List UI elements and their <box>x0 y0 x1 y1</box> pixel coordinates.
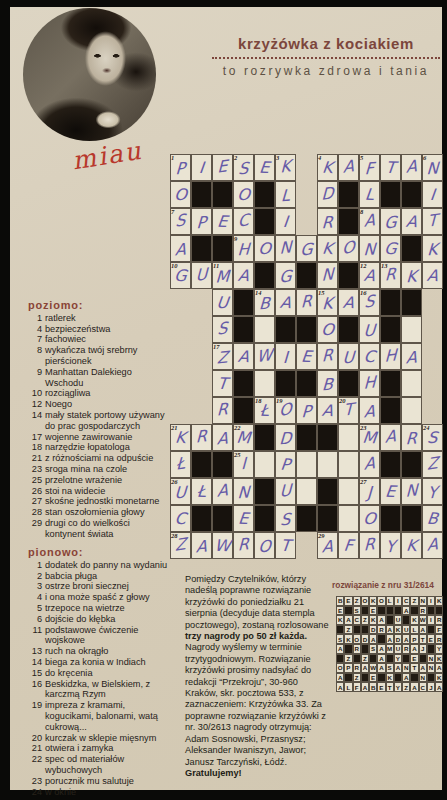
solution-cell: R <box>402 644 410 654</box>
clue-item: 29drugi co do wielkości kontynent świata <box>28 518 170 540</box>
grid-cell[interactable]: 9H <box>233 235 254 262</box>
cell-letter: W <box>254 340 276 370</box>
solution-cell <box>410 606 418 616</box>
clues-down-list: 1dodatek do panny na wydaniu2babcia pług… <box>28 560 170 798</box>
clue-text: sroga mina na czole <box>45 464 170 475</box>
grid-cell[interactable]: 5F <box>359 154 380 181</box>
grid-cell[interactable]: B <box>317 370 338 397</box>
cell-number: 21 <box>171 424 178 431</box>
solution-cell: K <box>369 615 377 625</box>
grid-cell[interactable]: N <box>359 235 380 262</box>
grid-cell[interactable]: 20T <box>338 397 359 424</box>
cell-number: 29 <box>318 532 325 539</box>
solution-cell: A <box>386 625 394 635</box>
cell-letter: A <box>337 289 361 317</box>
grid-cell[interactable]: A <box>401 208 422 235</box>
solution-cell: E <box>377 682 385 692</box>
clue-item: 21otwiera i zamyka <box>28 743 170 754</box>
cell-letter: G <box>379 208 401 237</box>
clue-text: ruch na okrągło <box>45 646 170 657</box>
cell-letter: Y <box>421 478 443 507</box>
grid-cell[interactable]: H <box>380 343 401 370</box>
grid-cell[interactable]: 16S <box>359 289 380 316</box>
solution-cell <box>377 673 385 683</box>
grid-cell[interactable]: 8A <box>359 208 380 235</box>
grid-cell <box>233 316 254 343</box>
solution-cell: A <box>336 673 344 683</box>
grid-cell[interactable]: E <box>212 208 233 235</box>
grid-cell <box>191 181 212 208</box>
cell-number: 4 <box>318 154 321 161</box>
clue-item: 12Noego <box>28 399 170 410</box>
grid-cell[interactable]: 11M <box>212 262 233 289</box>
grid-cell[interactable]: E <box>254 154 275 181</box>
grid-cell[interactable] <box>254 370 275 397</box>
clue-item: 28stan oszołomienia głowy <box>28 507 170 518</box>
cell-letter: A <box>212 475 234 505</box>
clue-number: 19 <box>28 700 42 732</box>
cell-letter: B <box>316 370 338 399</box>
cell-number: 1 <box>171 154 174 161</box>
grid-cell[interactable]: K <box>317 235 338 262</box>
solution-cell: W <box>369 663 377 673</box>
clue-item: 4i ona może spaść z głowy <box>28 592 170 603</box>
grid-cell <box>338 370 359 397</box>
cell-letter: R <box>359 529 381 559</box>
grid-cell[interactable] <box>401 316 422 343</box>
grid-cell[interactable]: I <box>191 154 212 181</box>
grid-cell[interactable]: E <box>212 154 233 181</box>
grid-cell[interactable]: 15K <box>317 289 338 316</box>
clue-item: 17wojenne zawirowanie <box>28 432 170 443</box>
solution-cell: S <box>353 606 361 616</box>
page-subtitle: to rozrywka zdrowa i tania <box>210 64 442 78</box>
grid-cell[interactable]: E <box>296 343 317 370</box>
grid-cell[interactable]: B <box>422 505 443 532</box>
cell-number: 12 <box>360 262 367 269</box>
grid-cell[interactable]: S <box>275 505 296 532</box>
grid-cell[interactable]: A <box>380 424 401 451</box>
grid-cell[interactable]: P <box>191 208 212 235</box>
solution-cell: R <box>353 663 361 673</box>
grid-cell[interactable] <box>317 451 338 478</box>
grid-cell[interactable]: K <box>422 235 443 262</box>
cell-number: 6 <box>423 154 426 161</box>
clue-item: 13ruch na okrągło <box>28 646 170 657</box>
grid-cell[interactable]: F <box>338 532 359 559</box>
grid-cell[interactable] <box>296 478 317 505</box>
grid-cell[interactable]: 24S <box>422 424 443 451</box>
grid-cell[interactable]: U <box>359 316 380 343</box>
grid-cell[interactable]: K <box>401 262 422 289</box>
cell-letter: O <box>253 235 277 263</box>
grid-cell[interactable]: N <box>401 478 422 505</box>
grid-cell[interactable]: R <box>296 289 317 316</box>
solution-cell <box>361 606 369 616</box>
cell-letter: I <box>274 208 298 236</box>
solution-cell: K <box>435 654 443 664</box>
grid-cell[interactable]: A <box>401 343 422 370</box>
solution-cell: A <box>410 644 418 654</box>
clue-text: narzędzie łopatologa <box>45 442 170 453</box>
solution-cell: A <box>336 644 344 654</box>
solution-cell: A <box>386 634 394 644</box>
grid-cell <box>254 478 275 505</box>
grid-cell[interactable]: A <box>170 235 191 262</box>
clue-item: 1dodatek do panny na wydaniu <box>28 560 170 571</box>
grid-cell[interactable]: D <box>275 424 296 451</box>
solution-cell: C <box>419 682 427 692</box>
grid-cell <box>338 208 359 235</box>
clue-number: 21 <box>28 743 42 754</box>
grid-cell <box>401 505 422 532</box>
cell-letter: O <box>169 181 193 209</box>
grid-cell[interactable]: A <box>191 532 212 559</box>
grid-cell[interactable]: 1P <box>170 154 191 181</box>
grid-cell <box>212 505 233 532</box>
grid-cell[interactable]: 12A <box>359 262 380 289</box>
grid-cell[interactable]: A <box>212 478 233 505</box>
cell-letter: Ł <box>170 448 192 478</box>
clue-item: 24w oknie <box>28 787 170 798</box>
grid-cell[interactable]: E <box>380 478 401 505</box>
grid-cell[interactable]: I <box>422 181 443 208</box>
clue-text: bezpieczeństwa <box>45 324 170 335</box>
title-divider <box>212 56 440 59</box>
clue-text: podstawowe ćwiczenie wojskowe <box>45 625 170 647</box>
clue-text: trzepoce na wietrze <box>45 603 170 614</box>
solution-cell: D <box>361 634 369 644</box>
grid-cell[interactable]: R <box>317 208 338 235</box>
grid-cell[interactable]: 29A <box>317 532 338 559</box>
clue-item: 10rozciągliwa <box>28 388 170 399</box>
cell-letter: U <box>358 316 380 345</box>
clue-number: 7 <box>28 334 42 345</box>
clue-item: 26stoi na widecie <box>28 486 170 497</box>
grid-cell[interactable]: A <box>233 262 254 289</box>
cell-letter: P <box>190 208 212 237</box>
grid-cell[interactable] <box>338 505 359 532</box>
grid-cell[interactable] <box>401 397 422 424</box>
grid-cell[interactable] <box>254 316 275 343</box>
grid-cell[interactable]: 14B <box>254 289 275 316</box>
cell-number: 13 <box>381 262 388 269</box>
grid-cell[interactable] <box>338 478 359 505</box>
solution-cell <box>427 625 435 635</box>
clue-number: 4 <box>28 592 42 603</box>
grid-cell[interactable]: 27J <box>359 478 380 505</box>
cell-number: 18 <box>255 397 262 404</box>
clue-number: 13 <box>28 646 42 657</box>
solution-cell: L <box>386 596 394 606</box>
grid-cell[interactable]: 13R <box>380 262 401 289</box>
clue-item: 6dojście do kłębka <box>28 614 170 625</box>
clue-text: stoi na widecie <box>45 486 170 497</box>
grid-cell[interactable]: N <box>233 478 254 505</box>
grid-cell <box>401 181 422 208</box>
grid-cell[interactable]: I <box>275 343 296 370</box>
grid-cell[interactable]: G <box>380 235 401 262</box>
grid-cell <box>401 451 422 478</box>
grid-cell[interactable]: Y <box>380 532 401 559</box>
grid-cell[interactable]: A <box>338 289 359 316</box>
grid-cell[interactable]: G <box>296 235 317 262</box>
grid-cell <box>296 262 317 289</box>
solution-cell: B <box>336 596 344 606</box>
grid-cell[interactable]: R <box>317 343 338 370</box>
grid-cell[interactable]: O <box>233 181 254 208</box>
solution-cell: E <box>344 596 352 606</box>
grid-cell[interactable]: A <box>338 154 359 181</box>
grid-cell[interactable]: R <box>401 424 422 451</box>
grid-cell[interactable]: G <box>275 262 296 289</box>
grid-cell[interactable]: H <box>359 370 380 397</box>
grid-cell[interactable]: 26U <box>170 478 191 505</box>
clue-number: 16 <box>28 679 42 701</box>
grid-cell[interactable]: A <box>401 154 422 181</box>
solution-cell: A <box>377 644 385 654</box>
grid-cell[interactable]: 10G <box>170 262 191 289</box>
grid-cell[interactable]: 18Ł <box>254 397 275 424</box>
cell-letter: C <box>169 505 193 533</box>
grid-cell[interactable]: A <box>422 262 443 289</box>
grid-cell[interactable]: A <box>359 451 380 478</box>
grid-cell[interactable]: 19O <box>275 397 296 424</box>
grid-cell[interactable]: C <box>233 208 254 235</box>
grid-cell[interactable]: A <box>422 532 443 559</box>
grid-cell[interactable]: G <box>380 208 401 235</box>
solution-cell <box>427 606 435 616</box>
solution-cell: A <box>361 682 369 692</box>
cell-letter: A <box>211 424 233 453</box>
grid-cell[interactable]: T <box>212 370 233 397</box>
grid-cell[interactable]: 23M <box>359 424 380 451</box>
clue-number: 23 <box>28 776 42 787</box>
solution-cell: Z <box>410 596 418 606</box>
grid-cell[interactable]: C <box>359 343 380 370</box>
grid-cell[interactable]: I <box>275 208 296 235</box>
solution-cell: U <box>394 615 402 625</box>
clue-number: 21 <box>28 453 42 464</box>
cell-letter: A <box>190 532 212 561</box>
contest-notice: Pomiędzy Czytelników, którzy nadeślą pop… <box>185 574 331 779</box>
grid-cell[interactable]: N <box>275 235 296 262</box>
cell-letter: A <box>274 289 298 317</box>
solution-cell: K <box>394 625 402 635</box>
clue-text: babcia pługa <box>45 571 170 582</box>
cell-letter: G <box>379 235 403 263</box>
solution-cell: Z <box>361 654 369 664</box>
clue-item: 3ostrze broni siecznej <box>28 581 170 592</box>
grid-cell <box>254 505 275 532</box>
cell-number: 9 <box>234 235 237 242</box>
cell-letter: N <box>275 232 297 262</box>
solution-cell: B <box>369 682 377 692</box>
cell-letter: P <box>274 451 298 479</box>
cell-letter: O <box>316 316 340 344</box>
solution-cell: A <box>402 606 410 616</box>
grid-cell[interactable]: R <box>212 397 233 424</box>
grid-cell[interactable] <box>254 451 275 478</box>
clue-item: 23sroga mina na czole <box>28 464 170 475</box>
cell-number: 10 <box>171 262 178 269</box>
clue-number: 22 <box>28 754 42 776</box>
grid-cell[interactable]: L <box>359 181 380 208</box>
solution-cell <box>427 673 435 683</box>
cell-letter: W <box>211 532 235 560</box>
grid-cell[interactable]: 25I <box>233 451 254 478</box>
grid-cell[interactable] <box>338 424 359 451</box>
grid-cell[interactable]: 22M <box>233 424 254 451</box>
grid-cell[interactable]: O <box>254 532 275 559</box>
cell-letter: T <box>274 532 298 560</box>
grid-cell[interactable]: T <box>380 154 401 181</box>
grid-cell[interactable]: A <box>317 397 338 424</box>
clue-number: 23 <box>28 464 42 475</box>
solution-cell: J <box>427 682 435 692</box>
grid-cell[interactable]: A <box>359 397 380 424</box>
grid-cell[interactable]: K <box>401 532 422 559</box>
clues-across-title: poziomo: <box>28 300 170 311</box>
grid-cell <box>317 424 338 451</box>
clue-text: Noego <box>45 399 170 410</box>
clue-number: 25 <box>28 475 42 486</box>
grid-cell[interactable]: S <box>212 316 233 343</box>
cell-letter: A <box>316 397 340 425</box>
solution-cell: C <box>402 596 410 606</box>
cell-letter: R <box>316 208 338 237</box>
clue-item: 1ratlerek <box>28 313 170 324</box>
grid-cell[interactable]: 3K <box>275 154 296 181</box>
grid-cell[interactable]: O <box>338 235 359 262</box>
grid-cell[interactable]: N <box>317 262 338 289</box>
cell-letter: L <box>274 181 296 210</box>
solution-cell: D <box>369 625 377 635</box>
clue-number: 6 <box>28 614 42 625</box>
grid-cell[interactable]: R <box>233 532 254 559</box>
grid-cell[interactable]: A <box>275 289 296 316</box>
solution-cell: D <box>394 634 402 644</box>
grid-cell[interactable]: P <box>296 397 317 424</box>
grid-cell[interactable]: O <box>254 235 275 262</box>
crossword-grid[interactable]: 1PIE2SE3K4KA5FTA6NOOLDLI7SPECIR8AGATA9HO… <box>170 154 443 559</box>
grid-cell <box>338 316 359 343</box>
notice-text: trzy nagrody po 50 zł każda. <box>185 631 307 641</box>
solution-cell: S <box>369 644 377 654</box>
grid-cell <box>380 316 401 343</box>
solution-cell: Z <box>353 673 361 683</box>
grid-cell[interactable]: E <box>233 505 254 532</box>
grid-cell[interactable]: 21K <box>170 424 191 451</box>
clues-across-list: 1ratlerek4bezpieczeństwa7fachowiec8wykań… <box>28 313 170 540</box>
grid-cell[interactable]: T <box>275 532 296 559</box>
grid-cell[interactable]: 7S <box>170 208 191 235</box>
cell-letter: T <box>422 205 444 235</box>
grid-cell[interactable]: 2S <box>233 154 254 181</box>
cell-letter: K <box>421 235 443 264</box>
cell-letter: I <box>274 343 296 372</box>
grid-cell <box>296 424 317 451</box>
cell-letter: O <box>253 532 275 561</box>
solution-cell: A <box>435 682 443 692</box>
cell-letter: U <box>275 475 297 505</box>
grid-cell[interactable]: L <box>275 181 296 208</box>
solution-cell <box>386 606 394 616</box>
grid-cell[interactable]: Ł <box>170 451 191 478</box>
cell-letter: O <box>232 181 256 209</box>
grid-cell[interactable]: W <box>212 532 233 559</box>
cell-letter: O <box>338 232 360 262</box>
clue-number: 29 <box>28 518 42 540</box>
grid-cell <box>233 370 254 397</box>
grid-cell[interactable]: 17Z <box>212 343 233 370</box>
solution-cell: O <box>353 634 361 644</box>
grid-cell[interactable]: 28Z <box>170 532 191 559</box>
grid-cell <box>338 181 359 208</box>
grid-cell[interactable]: Ł <box>191 478 212 505</box>
cell-number: 20 <box>339 397 346 404</box>
clue-item: 18narzędzie łopatologa <box>28 442 170 453</box>
grid-cell[interactable]: Z <box>422 451 443 478</box>
solution-cell <box>361 673 369 683</box>
grid-cell[interactable]: U <box>338 343 359 370</box>
cell-letter: A <box>400 343 422 372</box>
grid-cell[interactable]: P <box>275 451 296 478</box>
grid-cell[interactable]: U <box>212 289 233 316</box>
grid-cell[interactable]: C <box>170 505 191 532</box>
grid-cell[interactable]: D <box>317 181 338 208</box>
grid-cell[interactable]: U <box>191 262 212 289</box>
clue-text: porucznik mu salutuje <box>45 776 170 787</box>
solution-cell: I <box>427 615 435 625</box>
cell-number: 3 <box>276 154 279 161</box>
grid-cell[interactable] <box>296 451 317 478</box>
grid-cell[interactable]: T <box>422 208 443 235</box>
grid-cell[interactable]: R <box>359 532 380 559</box>
grid-cell[interactable]: 6N <box>422 154 443 181</box>
grid-cell <box>254 208 275 235</box>
grid-cell[interactable]: O <box>359 505 380 532</box>
cell-number: 14 <box>255 289 262 296</box>
solution-cell: Y <box>394 654 402 664</box>
grid-cell[interactable]: W <box>254 343 275 370</box>
grid-cell[interactable]: O <box>317 316 338 343</box>
clue-number: 11 <box>28 625 42 647</box>
grid-cell[interactable]: A <box>233 343 254 370</box>
cell-letter: R <box>212 394 234 424</box>
cell-letter: C <box>233 205 255 235</box>
solution-cell: T <box>410 663 418 673</box>
grid-cell[interactable] <box>401 370 422 397</box>
cell-number: 17 <box>213 343 220 350</box>
solution-cell: F <box>353 682 361 692</box>
grid-cell <box>380 505 401 532</box>
clue-number: 12 <box>28 399 42 410</box>
grid-cell[interactable]: R <box>191 424 212 451</box>
solution-cell: O <box>377 596 385 606</box>
cell-number: 5 <box>360 154 363 161</box>
grid-cell[interactable]: 4K <box>317 154 338 181</box>
grid-cell[interactable]: A <box>212 424 233 451</box>
solution-cell: A <box>336 682 344 692</box>
grid-cell[interactable]: O <box>170 181 191 208</box>
grid-cell[interactable] <box>338 451 359 478</box>
grid-cell[interactable]: Y <box>422 478 443 505</box>
grid-cell[interactable]: U <box>275 478 296 505</box>
cell-letter: E <box>379 478 403 506</box>
cell-letter: A <box>380 421 402 451</box>
clue-number: 24 <box>28 787 42 798</box>
